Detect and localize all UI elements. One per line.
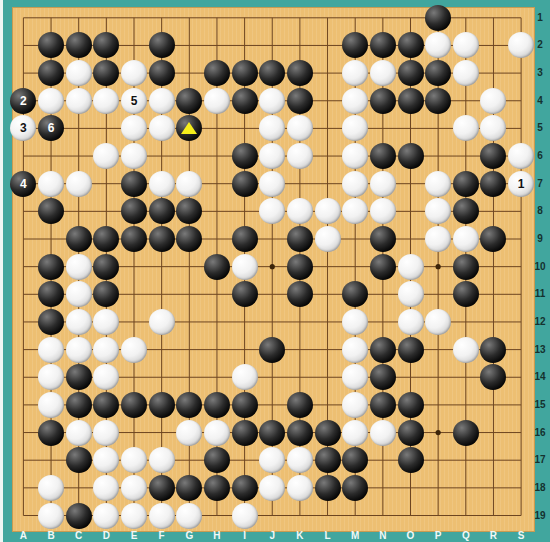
black-stone-K16[interactable]	[287, 420, 313, 446]
white-stone-F17[interactable]	[149, 447, 175, 473]
black-stone-F18[interactable]	[149, 475, 175, 501]
black-stone-G5[interactable]	[176, 115, 202, 141]
black-stone-F2[interactable]	[149, 32, 175, 58]
row-label-14: 14	[533, 371, 547, 382]
white-stone-C4[interactable]	[66, 88, 92, 114]
black-stone-K9[interactable]	[287, 226, 313, 252]
black-stone-H3[interactable]	[204, 60, 230, 86]
white-stone-G16[interactable]	[176, 420, 202, 446]
black-stone-J13[interactable]	[259, 337, 285, 363]
black-stone-I4[interactable]	[232, 88, 258, 114]
black-stone-E7[interactable]	[121, 171, 147, 197]
white-stone-N8[interactable]	[370, 198, 396, 224]
column-label-C: C	[69, 530, 89, 541]
white-stone-Q5[interactable]	[453, 115, 479, 141]
white-stone-R4[interactable]	[480, 88, 506, 114]
white-stone-E3[interactable]	[121, 60, 147, 86]
white-stone-C12[interactable]	[66, 309, 92, 335]
black-stone-I16[interactable]	[232, 420, 258, 446]
white-stone-A5[interactable]: 3	[10, 115, 36, 141]
column-label-N: N	[373, 530, 393, 541]
black-stone-H15[interactable]	[204, 392, 230, 418]
black-stone-N9[interactable]	[370, 226, 396, 252]
black-stone-N10[interactable]	[370, 254, 396, 280]
white-stone-Q9[interactable]	[453, 226, 479, 252]
black-stone-J16[interactable]	[259, 420, 285, 446]
black-stone-N2[interactable]	[370, 32, 396, 58]
white-stone-O12[interactable]	[398, 309, 424, 335]
white-stone-F7[interactable]	[149, 171, 175, 197]
white-stone-N7[interactable]	[370, 171, 396, 197]
black-stone-Q7[interactable]	[453, 171, 479, 197]
white-stone-G7[interactable]	[176, 171, 202, 197]
black-stone-B10[interactable]	[38, 254, 64, 280]
black-stone-A4[interactable]: 2	[10, 88, 36, 114]
black-stone-B8[interactable]	[38, 198, 64, 224]
black-stone-B3[interactable]	[38, 60, 64, 86]
column-label-H: H	[207, 530, 227, 541]
white-stone-S2[interactable]	[508, 32, 534, 58]
white-stone-E4[interactable]: 5	[121, 88, 147, 114]
black-stone-I11[interactable]	[232, 281, 258, 307]
white-stone-N3[interactable]	[370, 60, 396, 86]
white-stone-I10[interactable]	[232, 254, 258, 280]
black-stone-P4[interactable]	[425, 88, 451, 114]
black-stone-G18[interactable]	[176, 475, 202, 501]
white-stone-D17[interactable]	[93, 447, 119, 473]
black-stone-L18[interactable]	[315, 475, 341, 501]
triangle-marker-icon	[181, 122, 197, 134]
white-stone-Q2[interactable]	[453, 32, 479, 58]
black-stone-R13[interactable]	[480, 337, 506, 363]
black-stone-I6[interactable]	[232, 143, 258, 169]
white-stone-J8[interactable]	[259, 198, 285, 224]
white-stone-G19[interactable]	[176, 503, 202, 529]
white-stone-P7[interactable]	[425, 171, 451, 197]
black-stone-P1[interactable]	[425, 5, 451, 31]
black-stone-K10[interactable]	[287, 254, 313, 280]
column-label-J: J	[262, 530, 282, 541]
black-stone-N14[interactable]	[370, 364, 396, 390]
black-stone-J3[interactable]	[259, 60, 285, 86]
white-stone-D14[interactable]	[93, 364, 119, 390]
black-stone-O6[interactable]	[398, 143, 424, 169]
black-stone-I7[interactable]	[232, 171, 258, 197]
black-stone-K4[interactable]	[287, 88, 313, 114]
row-label-9: 9	[533, 233, 547, 244]
column-label-M: M	[345, 530, 365, 541]
black-stone-F9[interactable]	[149, 226, 175, 252]
white-stone-M8[interactable]	[342, 198, 368, 224]
white-stone-E5[interactable]	[121, 115, 147, 141]
column-label-F: F	[152, 530, 172, 541]
white-stone-N16[interactable]	[370, 420, 396, 446]
black-stone-Q8[interactable]	[453, 198, 479, 224]
column-label-G: G	[179, 530, 199, 541]
white-stone-B4[interactable]	[38, 88, 64, 114]
white-stone-F12[interactable]	[149, 309, 175, 335]
black-stone-F8[interactable]	[149, 198, 175, 224]
white-stone-F5[interactable]	[149, 115, 175, 141]
black-stone-B11[interactable]	[38, 281, 64, 307]
black-stone-H10[interactable]	[204, 254, 230, 280]
white-stone-S6[interactable]	[508, 143, 534, 169]
white-stone-C16[interactable]	[66, 420, 92, 446]
black-stone-B16[interactable]	[38, 420, 64, 446]
row-label-19: 19	[533, 510, 547, 521]
white-stone-K18[interactable]	[287, 475, 313, 501]
white-stone-Q13[interactable]	[453, 337, 479, 363]
white-stone-J7[interactable]	[259, 171, 285, 197]
black-stone-N13[interactable]	[370, 337, 396, 363]
column-label-O: O	[401, 530, 421, 541]
black-stone-R6[interactable]	[480, 143, 506, 169]
white-stone-L8[interactable]	[315, 198, 341, 224]
white-stone-D6[interactable]	[93, 143, 119, 169]
black-stone-I18[interactable]	[232, 475, 258, 501]
black-stone-P3[interactable]	[425, 60, 451, 86]
column-label-D: D	[96, 530, 116, 541]
white-stone-D19[interactable]	[93, 503, 119, 529]
app-frame: 253641 ABCDEFGHIJKLMNOPQRS 1234567891011…	[0, 0, 550, 542]
row-label-13: 13	[533, 344, 547, 355]
black-stone-I15[interactable]	[232, 392, 258, 418]
go-board[interactable]: 253641	[12, 7, 535, 532]
white-stone-I14[interactable]	[232, 364, 258, 390]
column-label-L: L	[318, 530, 338, 541]
white-stone-K6[interactable]	[287, 143, 313, 169]
black-stone-D9[interactable]	[93, 226, 119, 252]
white-stone-L9[interactable]	[315, 226, 341, 252]
black-stone-I9[interactable]	[232, 226, 258, 252]
black-stone-C19[interactable]	[66, 503, 92, 529]
row-label-4: 4	[533, 95, 547, 106]
black-stone-K11[interactable]	[287, 281, 313, 307]
column-label-A: A	[13, 530, 33, 541]
white-stone-O10[interactable]	[398, 254, 424, 280]
black-stone-F3[interactable]	[149, 60, 175, 86]
column-label-P: P	[428, 530, 448, 541]
black-stone-B2[interactable]	[38, 32, 64, 58]
white-stone-O11[interactable]	[398, 281, 424, 307]
white-stone-Q3[interactable]	[453, 60, 479, 86]
black-stone-I3[interactable]	[232, 60, 258, 86]
white-stone-K5[interactable]	[287, 115, 313, 141]
column-label-E: E	[124, 530, 144, 541]
black-stone-M2[interactable]	[342, 32, 368, 58]
black-stone-Q16[interactable]	[453, 420, 479, 446]
white-stone-B7[interactable]	[38, 171, 64, 197]
white-stone-E13[interactable]	[121, 337, 147, 363]
white-stone-J4[interactable]	[259, 88, 285, 114]
white-stone-M15[interactable]	[342, 392, 368, 418]
black-stone-E8[interactable]	[121, 198, 147, 224]
white-stone-B15[interactable]	[38, 392, 64, 418]
white-stone-P2[interactable]	[425, 32, 451, 58]
row-label-6: 6	[533, 150, 547, 161]
black-stone-B5[interactable]: 6	[38, 115, 64, 141]
white-stone-M12[interactable]	[342, 309, 368, 335]
black-stone-R14[interactable]	[480, 364, 506, 390]
white-stone-F19[interactable]	[149, 503, 175, 529]
black-stone-H18[interactable]	[204, 475, 230, 501]
black-stone-A7[interactable]: 4	[10, 171, 36, 197]
white-stone-C10[interactable]	[66, 254, 92, 280]
row-label-10: 10	[533, 261, 547, 272]
white-stone-B19[interactable]	[38, 503, 64, 529]
black-stone-O16[interactable]	[398, 420, 424, 446]
black-stone-G4[interactable]	[176, 88, 202, 114]
white-stone-M6[interactable]	[342, 143, 368, 169]
black-stone-G15[interactable]	[176, 392, 202, 418]
row-label-11: 11	[533, 288, 547, 299]
black-stone-R9[interactable]	[480, 226, 506, 252]
column-label-R: R	[483, 530, 503, 541]
white-stone-C7[interactable]	[66, 171, 92, 197]
white-stone-J18[interactable]	[259, 475, 285, 501]
row-label-2: 2	[533, 39, 547, 50]
black-stone-K3[interactable]	[287, 60, 313, 86]
white-stone-J6[interactable]	[259, 143, 285, 169]
row-label-17: 17	[533, 454, 547, 465]
white-stone-M5[interactable]	[342, 115, 368, 141]
white-stone-D16[interactable]	[93, 420, 119, 446]
black-stone-F15[interactable]	[149, 392, 175, 418]
white-stone-M13[interactable]	[342, 337, 368, 363]
white-stone-E17[interactable]	[121, 447, 147, 473]
row-label-16: 16	[533, 427, 547, 438]
black-stone-H17[interactable]	[204, 447, 230, 473]
white-stone-J5[interactable]	[259, 115, 285, 141]
black-stone-C2[interactable]	[66, 32, 92, 58]
white-stone-P12[interactable]	[425, 309, 451, 335]
black-stone-O15[interactable]	[398, 392, 424, 418]
column-label-Q: Q	[456, 530, 476, 541]
white-stone-R5[interactable]	[480, 115, 506, 141]
row-label-8: 8	[533, 205, 547, 216]
white-stone-C3[interactable]	[66, 60, 92, 86]
white-stone-K8[interactable]	[287, 198, 313, 224]
white-stone-M16[interactable]	[342, 420, 368, 446]
white-stone-E18[interactable]	[121, 475, 147, 501]
black-stone-O3[interactable]	[398, 60, 424, 86]
black-stone-O17[interactable]	[398, 447, 424, 473]
black-stone-E9[interactable]	[121, 226, 147, 252]
white-stone-P8[interactable]	[425, 198, 451, 224]
black-stone-O13[interactable]	[398, 337, 424, 363]
black-stone-D3[interactable]	[93, 60, 119, 86]
black-stone-C14[interactable]	[66, 364, 92, 390]
black-stone-C15[interactable]	[66, 392, 92, 418]
row-label-15: 15	[533, 399, 547, 410]
white-stone-M4[interactable]	[342, 88, 368, 114]
white-stone-E19[interactable]	[121, 503, 147, 529]
black-stone-M11[interactable]	[342, 281, 368, 307]
black-stone-Q10[interactable]	[453, 254, 479, 280]
white-stone-D18[interactable]	[93, 475, 119, 501]
black-stone-D2[interactable]	[93, 32, 119, 58]
white-stone-M3[interactable]	[342, 60, 368, 86]
black-stone-D11[interactable]	[93, 281, 119, 307]
row-label-12: 12	[533, 316, 547, 327]
column-label-K: K	[290, 530, 310, 541]
black-stone-O2[interactable]	[398, 32, 424, 58]
row-label-3: 3	[533, 67, 547, 78]
black-stone-B12[interactable]	[38, 309, 64, 335]
black-stone-C9[interactable]	[66, 226, 92, 252]
white-stone-F4[interactable]	[149, 88, 175, 114]
black-stone-Q11[interactable]	[453, 281, 479, 307]
white-stone-M14[interactable]	[342, 364, 368, 390]
white-stone-S7[interactable]: 1	[508, 171, 534, 197]
row-label-1: 1	[533, 12, 547, 23]
white-stone-M7[interactable]	[342, 171, 368, 197]
black-stone-G8[interactable]	[176, 198, 202, 224]
black-stone-M17[interactable]	[342, 447, 368, 473]
white-stone-D13[interactable]	[93, 337, 119, 363]
black-stone-D15[interactable]	[93, 392, 119, 418]
white-stone-H16[interactable]	[204, 420, 230, 446]
white-stone-P9[interactable]	[425, 226, 451, 252]
black-stone-N4[interactable]	[370, 88, 396, 114]
black-stone-D10[interactable]	[93, 254, 119, 280]
row-label-7: 7	[533, 178, 547, 189]
black-stone-L16[interactable]	[315, 420, 341, 446]
white-stone-E6[interactable]	[121, 143, 147, 169]
column-label-B: B	[41, 530, 61, 541]
black-stone-N15[interactable]	[370, 392, 396, 418]
white-stone-D12[interactable]	[93, 309, 119, 335]
white-stone-H4[interactable]	[204, 88, 230, 114]
black-stone-M18[interactable]	[342, 475, 368, 501]
row-label-5: 5	[533, 122, 547, 133]
black-stone-N6[interactable]	[370, 143, 396, 169]
black-stone-R7[interactable]	[480, 171, 506, 197]
white-stone-D4[interactable]	[93, 88, 119, 114]
white-stone-C11[interactable]	[66, 281, 92, 307]
black-stone-O4[interactable]	[398, 88, 424, 114]
white-stone-B14[interactable]	[38, 364, 64, 390]
white-stone-I19[interactable]	[232, 503, 258, 529]
column-label-S: S	[511, 530, 531, 541]
white-stone-B18[interactable]	[38, 475, 64, 501]
black-stone-C17[interactable]	[66, 447, 92, 473]
white-stone-C13[interactable]	[66, 337, 92, 363]
black-stone-K15[interactable]	[287, 392, 313, 418]
row-label-18: 18	[533, 482, 547, 493]
column-label-I: I	[235, 530, 255, 541]
white-stone-K17[interactable]	[287, 447, 313, 473]
black-stone-G9[interactable]	[176, 226, 202, 252]
white-stone-B13[interactable]	[38, 337, 64, 363]
white-stone-J17[interactable]	[259, 447, 285, 473]
black-stone-E15[interactable]	[121, 392, 147, 418]
black-stone-L17[interactable]	[315, 447, 341, 473]
